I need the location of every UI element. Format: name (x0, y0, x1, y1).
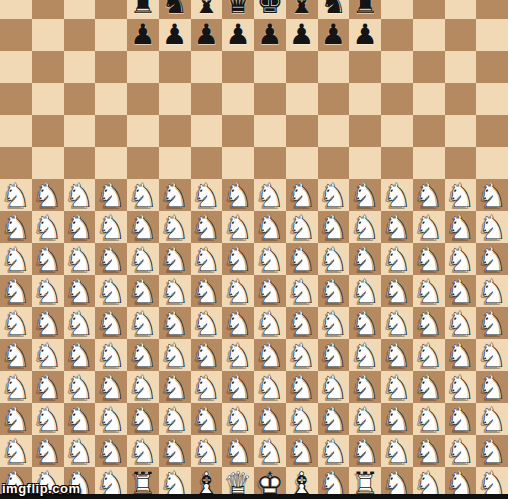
board-square (445, 83, 477, 115)
board-square (64, 51, 96, 83)
board-square: ♞♘ (445, 403, 477, 435)
board-square: ♞♘ (32, 275, 64, 307)
board-square (413, 0, 445, 19)
board-square: ♞♘ (127, 275, 159, 307)
board-square: ♞♘ (254, 339, 286, 371)
white-knight-piece: ♞♘ (476, 179, 508, 211)
board-square (381, 115, 413, 147)
board-square: ♞♘ (64, 243, 96, 275)
board-square (159, 51, 191, 83)
board-square: ♞♘ (0, 211, 32, 243)
board-square: ♞♘ (286, 179, 318, 211)
board-square: ♞♘ (64, 307, 96, 339)
board-square (95, 115, 127, 147)
board-square: ♞♘ (254, 435, 286, 467)
board-square: ♞♘ (32, 211, 64, 243)
board-square: ♞♘ (64, 371, 96, 403)
board-square (0, 115, 32, 147)
board-square: ♞♘ (318, 339, 350, 371)
white-knight-piece: ♞♘ (32, 275, 64, 307)
white-knight-piece: ♞♘ (191, 243, 223, 275)
white-knight-piece: ♞♘ (254, 435, 286, 467)
board-square (0, 147, 32, 179)
black-rook-piece: ♜ (127, 0, 159, 19)
board-square (32, 115, 64, 147)
white-knight-piece: ♞♘ (159, 243, 191, 275)
white-knight-piece: ♞♘ (254, 243, 286, 275)
board-square: ♞♘ (222, 307, 254, 339)
white-knight-piece: ♞♘ (381, 307, 413, 339)
board-square: ♞♘ (191, 403, 223, 435)
white-knight-piece: ♞♘ (476, 243, 508, 275)
board-square: ♞♘ (413, 307, 445, 339)
board-square (95, 147, 127, 179)
white-knight-piece: ♞♘ (318, 339, 350, 371)
board-square: ♞♘ (32, 435, 64, 467)
board-square: ♞♘ (445, 307, 477, 339)
white-knight-piece: ♞♘ (413, 243, 445, 275)
white-knight-piece: ♞♘ (254, 307, 286, 339)
board-square: ♞♘ (191, 435, 223, 467)
white-knight-piece: ♞♘ (32, 211, 64, 243)
board-square: ♞♘ (476, 243, 508, 275)
white-knight-piece: ♞♘ (286, 435, 318, 467)
white-knight-piece: ♞♘ (349, 371, 381, 403)
board-square: ♞♘ (318, 403, 350, 435)
board-square (159, 83, 191, 115)
black-knight-piece: ♞ (159, 0, 191, 19)
white-knight-piece: ♞♘ (32, 243, 64, 275)
board-square: ♞♘ (476, 403, 508, 435)
board-square (191, 147, 223, 179)
board-square: ♞♘ (349, 275, 381, 307)
white-knight-piece: ♞♘ (32, 403, 64, 435)
white-knight-piece: ♞♘ (64, 339, 96, 371)
white-knight-piece: ♞♘ (127, 179, 159, 211)
board-square: ♞♘ (95, 307, 127, 339)
white-knight-piece: ♞♘ (0, 211, 32, 243)
white-knight-piece: ♞♘ (413, 403, 445, 435)
black-king-piece: ♚ (254, 0, 286, 19)
white-knight-piece: ♞♘ (64, 403, 96, 435)
board-square: ♞♘ (222, 275, 254, 307)
board-square: ♞♘ (127, 371, 159, 403)
board-square (445, 19, 477, 51)
board-square (64, 115, 96, 147)
black-bishop-piece: ♝ (191, 0, 223, 19)
board-square: ♞♘ (445, 243, 477, 275)
white-knight-piece: ♞♘ (0, 403, 32, 435)
white-knight-piece: ♞♘ (286, 179, 318, 211)
board-square: ♞♘ (95, 371, 127, 403)
white-knight-piece: ♞♘ (222, 403, 254, 435)
board-square: ♝ (191, 0, 223, 19)
white-knight-piece: ♞♘ (445, 403, 477, 435)
black-pawn-piece: ♟ (191, 19, 223, 51)
board-square (127, 83, 159, 115)
board-square: ♜ (127, 0, 159, 19)
board-square: ♟ (159, 19, 191, 51)
board-square: ♟ (318, 19, 350, 51)
board-square: ♞♘ (254, 275, 286, 307)
white-knight-piece: ♞♘ (349, 211, 381, 243)
board-square (32, 51, 64, 83)
board-square: ♞♘ (349, 339, 381, 371)
board-square: ♞♘ (381, 211, 413, 243)
board-square: ♟ (286, 19, 318, 51)
white-knight-piece: ♞♘ (286, 275, 318, 307)
white-knight-piece: ♞♘ (254, 403, 286, 435)
board-square (222, 83, 254, 115)
board-square: ♞♘ (318, 307, 350, 339)
board-square (127, 147, 159, 179)
white-knight-piece: ♞♘ (445, 243, 477, 275)
white-knight-piece: ♞♘ (159, 371, 191, 403)
board-square (0, 51, 32, 83)
board-square (445, 115, 477, 147)
board-square (286, 115, 318, 147)
white-knight-piece: ♞♘ (254, 179, 286, 211)
board-square: ♞♘ (127, 211, 159, 243)
board-square (64, 19, 96, 51)
white-knight-piece: ♞♘ (191, 275, 223, 307)
board-square: ♞♘ (0, 275, 32, 307)
white-knight-piece: ♞♘ (445, 307, 477, 339)
board-square (0, 19, 32, 51)
white-knight-piece: ♞♘ (159, 179, 191, 211)
black-pawn-piece: ♟ (159, 19, 191, 51)
white-knight-piece: ♞♘ (64, 243, 96, 275)
board-square: ♞♘ (159, 275, 191, 307)
board-square: ♞♘ (445, 275, 477, 307)
board-square (476, 147, 508, 179)
board-square: ♞♘ (413, 179, 445, 211)
board-square (95, 51, 127, 83)
board-square: ♚ (254, 0, 286, 19)
board-square: ♞♘ (64, 403, 96, 435)
board-square: ♞♘ (191, 371, 223, 403)
board-square: ♞♘ (191, 243, 223, 275)
white-knight-piece: ♞♘ (413, 339, 445, 371)
white-knight-piece: ♞♘ (159, 339, 191, 371)
white-knight-piece: ♞♘ (222, 243, 254, 275)
board-square: ♞♘ (254, 179, 286, 211)
white-knight-piece: ♞♘ (445, 179, 477, 211)
board-square (445, 147, 477, 179)
white-knight-piece: ♞♘ (254, 275, 286, 307)
white-knight-piece: ♞♘ (413, 435, 445, 467)
white-knight-piece: ♞♘ (476, 403, 508, 435)
board-square (0, 83, 32, 115)
board-square: ♞♘ (349, 435, 381, 467)
board-square: ♞♘ (349, 403, 381, 435)
board-square: ♞♘ (476, 275, 508, 307)
white-knight-piece: ♞♘ (222, 339, 254, 371)
board-square: ♞♘ (286, 211, 318, 243)
board-square (445, 51, 477, 83)
board-square (32, 0, 64, 19)
board-square (64, 0, 96, 19)
white-knight-piece: ♞♘ (381, 275, 413, 307)
board-square: ♞ (318, 0, 350, 19)
board-square: ♞♘ (381, 403, 413, 435)
board-square: ♞♘ (318, 371, 350, 403)
board-square: ♞♘ (381, 371, 413, 403)
black-pawn-piece: ♟ (286, 19, 318, 51)
board-square: ♞♘ (286, 339, 318, 371)
white-knight-piece: ♞♘ (413, 371, 445, 403)
chess-board: ♜♞♝♛♚♝♞♜♟♟♟♟♟♟♟♟♞♘♞♘♞♘♞♘♞♘♞♘♞♘♞♘♞♘♞♘♞♘♞♘… (0, 0, 508, 499)
white-knight-piece: ♞♘ (191, 403, 223, 435)
white-knight-piece: ♞♘ (0, 371, 32, 403)
board-square (32, 147, 64, 179)
white-knight-piece: ♞♘ (95, 435, 127, 467)
white-knight-piece: ♞♘ (64, 275, 96, 307)
white-knight-piece: ♞♘ (476, 211, 508, 243)
board-square (381, 83, 413, 115)
board-square: ♞♘ (381, 307, 413, 339)
board-square: ♞♘ (127, 307, 159, 339)
black-queen-piece: ♛ (222, 0, 254, 19)
chess-meme-image: ♜♞♝♛♚♝♞♜♟♟♟♟♟♟♟♟♞♘♞♘♞♘♞♘♞♘♞♘♞♘♞♘♞♘♞♘♞♘♞♘… (0, 0, 508, 499)
white-knight-piece: ♞♘ (413, 275, 445, 307)
white-knight-piece: ♞♘ (127, 211, 159, 243)
board-square: ♞♘ (476, 307, 508, 339)
white-knight-piece: ♞♘ (286, 403, 318, 435)
board-square (445, 0, 477, 19)
white-knight-piece: ♞♘ (191, 435, 223, 467)
board-square: ♞♘ (349, 371, 381, 403)
board-square (413, 51, 445, 83)
board-square: ♞♘ (159, 179, 191, 211)
board-square: ♞♘ (127, 403, 159, 435)
black-pawn-piece: ♟ (349, 19, 381, 51)
white-knight-piece: ♞♘ (127, 371, 159, 403)
board-square: ♞♘ (254, 307, 286, 339)
board-square (476, 83, 508, 115)
board-square: ♞♘ (286, 371, 318, 403)
white-knight-piece: ♞♘ (286, 307, 318, 339)
board-square: ♞♘ (95, 211, 127, 243)
white-knight-piece: ♞♘ (381, 403, 413, 435)
board-square: ♞♘ (191, 275, 223, 307)
white-knight-piece: ♞♘ (413, 179, 445, 211)
board-square: ♞♘ (95, 275, 127, 307)
white-knight-piece: ♞♘ (32, 435, 64, 467)
white-knight-piece: ♞♘ (95, 211, 127, 243)
board-square (381, 51, 413, 83)
board-square: ♞♘ (318, 435, 350, 467)
board-square: ♞♘ (381, 339, 413, 371)
white-knight-piece: ♞♘ (286, 371, 318, 403)
white-knight-piece: ♞♘ (349, 275, 381, 307)
white-knight-piece: ♞♘ (95, 403, 127, 435)
white-knight-piece: ♞♘ (127, 307, 159, 339)
black-pawn-piece: ♟ (254, 19, 286, 51)
imgflip-watermark: imgflip.com (2, 481, 80, 496)
board-square: ♞♘ (159, 307, 191, 339)
white-knight-piece: ♞♘ (95, 179, 127, 211)
board-square (159, 115, 191, 147)
white-knight-piece: ♞♘ (127, 435, 159, 467)
board-square: ♞♘ (445, 211, 477, 243)
board-square (318, 147, 350, 179)
board-square: ♞ (159, 0, 191, 19)
board-square (413, 83, 445, 115)
board-square: ♝ (286, 0, 318, 19)
white-knight-piece: ♞♘ (445, 339, 477, 371)
white-knight-piece: ♞♘ (222, 307, 254, 339)
white-knight-piece: ♞♘ (127, 403, 159, 435)
board-square: ♞♘ (64, 275, 96, 307)
white-knight-piece: ♞♘ (286, 339, 318, 371)
board-square: ♞♘ (254, 243, 286, 275)
board-square: ♞♘ (318, 179, 350, 211)
board-square (381, 0, 413, 19)
board-square (349, 83, 381, 115)
board-square: ♞♘ (349, 243, 381, 275)
white-knight-piece: ♞♘ (32, 179, 64, 211)
white-knight-piece: ♞♘ (349, 403, 381, 435)
board-square: ♞♘ (0, 435, 32, 467)
white-knight-piece: ♞♘ (381, 179, 413, 211)
board-square: ♞♘ (413, 211, 445, 243)
board-square: ♞♘ (286, 243, 318, 275)
board-square (476, 115, 508, 147)
board-square: ♟ (127, 19, 159, 51)
board-square: ♞♘ (413, 435, 445, 467)
white-knight-piece: ♞♘ (349, 339, 381, 371)
board-square: ♞♘ (286, 435, 318, 467)
white-knight-piece: ♞♘ (64, 179, 96, 211)
board-square: ♞♘ (127, 339, 159, 371)
white-knight-piece: ♞♘ (191, 371, 223, 403)
white-knight-piece: ♞♘ (318, 179, 350, 211)
board-square: ♞♘ (95, 243, 127, 275)
board-square (222, 51, 254, 83)
board-square: ♞♘ (413, 243, 445, 275)
board-square (318, 51, 350, 83)
board-square: ♞♘ (222, 243, 254, 275)
white-knight-piece: ♞♘ (222, 275, 254, 307)
board-square (32, 83, 64, 115)
board-square: ♞♘ (191, 211, 223, 243)
black-bishop-piece: ♝ (286, 0, 318, 19)
board-square (95, 83, 127, 115)
white-knight-piece: ♞♘ (64, 435, 96, 467)
board-square: ♞♘ (32, 371, 64, 403)
white-knight-piece: ♞♘ (64, 307, 96, 339)
board-square: ♜ (349, 0, 381, 19)
white-knight-piece: ♞♘ (349, 243, 381, 275)
white-knight-piece: ♞♘ (445, 371, 477, 403)
board-square: ♞♘ (381, 243, 413, 275)
white-knight-piece: ♞♘ (0, 179, 32, 211)
white-knight-piece: ♞♘ (476, 275, 508, 307)
board-square: ♞♘ (159, 211, 191, 243)
board-square: ♟ (222, 19, 254, 51)
board-square: ♞♘ (476, 371, 508, 403)
board-square (95, 19, 127, 51)
board-square: ♞♘ (127, 243, 159, 275)
board-square: ♟ (254, 19, 286, 51)
board-square: ♞♘ (254, 211, 286, 243)
white-knight-piece: ♞♘ (318, 211, 350, 243)
white-knight-piece: ♞♘ (191, 179, 223, 211)
white-knight-piece: ♞♘ (127, 275, 159, 307)
board-square (0, 0, 32, 19)
board-square (127, 51, 159, 83)
board-square (222, 115, 254, 147)
white-knight-piece: ♞♘ (318, 275, 350, 307)
board-square: ♞♘ (159, 339, 191, 371)
white-knight-piece: ♞♘ (318, 307, 350, 339)
black-pawn-piece: ♟ (318, 19, 350, 51)
board-square: ♞♘ (413, 339, 445, 371)
board-square: ♞♘ (381, 435, 413, 467)
white-knight-piece: ♞♘ (32, 307, 64, 339)
board-square: ♞♘ (64, 435, 96, 467)
white-knight-piece: ♞♘ (381, 435, 413, 467)
white-knight-piece: ♞♘ (381, 211, 413, 243)
white-knight-piece: ♞♘ (159, 307, 191, 339)
black-knight-piece: ♞ (318, 0, 350, 19)
board-square: ♞♘ (159, 243, 191, 275)
black-rook-piece: ♜ (349, 0, 381, 19)
board-square: ♞♘ (476, 179, 508, 211)
board-square: ♞♘ (476, 339, 508, 371)
white-knight-piece: ♞♘ (318, 403, 350, 435)
board-square: ♞♘ (349, 179, 381, 211)
board-square (191, 51, 223, 83)
board-square: ♞♘ (381, 179, 413, 211)
board-square: ♞♘ (64, 211, 96, 243)
board-square: ♞♘ (286, 275, 318, 307)
board-square: ♞♘ (32, 179, 64, 211)
board-square (413, 19, 445, 51)
board-square: ♞♘ (222, 435, 254, 467)
board-square (64, 83, 96, 115)
white-knight-piece: ♞♘ (222, 211, 254, 243)
board-square: ♞♘ (32, 403, 64, 435)
board-square (349, 51, 381, 83)
board-square: ♞♘ (445, 179, 477, 211)
white-knight-piece: ♞♘ (318, 435, 350, 467)
white-knight-piece: ♞♘ (476, 435, 508, 467)
board-square: ♞♘ (64, 179, 96, 211)
white-knight-piece: ♞♘ (127, 339, 159, 371)
board-square (286, 83, 318, 115)
board-square (127, 115, 159, 147)
board-square (191, 83, 223, 115)
board-square: ♞♘ (222, 339, 254, 371)
board-square (254, 83, 286, 115)
board-square: ♞♘ (445, 371, 477, 403)
board-square: ♞♘ (32, 307, 64, 339)
board-square: ♞♘ (413, 403, 445, 435)
white-knight-piece: ♞♘ (381, 339, 413, 371)
white-knight-piece: ♞♘ (445, 435, 477, 467)
white-knight-piece: ♞♘ (254, 211, 286, 243)
board-square: ♞♘ (349, 211, 381, 243)
white-knight-piece: ♞♘ (445, 211, 477, 243)
white-knight-piece: ♞♘ (349, 179, 381, 211)
white-knight-piece: ♞♘ (32, 371, 64, 403)
white-knight-piece: ♞♘ (95, 243, 127, 275)
board-square: ♞♘ (222, 211, 254, 243)
white-knight-piece: ♞♘ (381, 371, 413, 403)
black-pawn-piece: ♟ (127, 19, 159, 51)
